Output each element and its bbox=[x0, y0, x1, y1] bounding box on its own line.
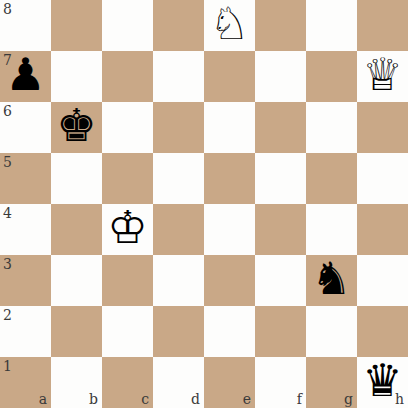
rank-label-4: 4 bbox=[3, 206, 12, 220]
square-e5[interactable] bbox=[204, 153, 255, 204]
square-d3[interactable] bbox=[153, 255, 204, 306]
square-a8[interactable]: 8 bbox=[0, 0, 51, 51]
square-g5[interactable] bbox=[306, 153, 357, 204]
square-a2[interactable]: 2 bbox=[0, 306, 51, 357]
square-g2[interactable] bbox=[306, 306, 357, 357]
square-d4[interactable] bbox=[153, 204, 204, 255]
chess-board: 8♘7♟♕6♚54♔3♞21abcdefgh♛ bbox=[0, 0, 408, 408]
square-e2[interactable] bbox=[204, 306, 255, 357]
square-f3[interactable] bbox=[255, 255, 306, 306]
square-h7[interactable]: ♕ bbox=[357, 51, 408, 102]
file-label-a: a bbox=[39, 392, 47, 406]
white-queen-piece: ♕ bbox=[362, 49, 402, 100]
rank-label-2: 2 bbox=[3, 308, 12, 322]
square-c1[interactable]: c bbox=[102, 357, 153, 408]
black-knight-piece: ♞ bbox=[311, 253, 351, 304]
square-d1[interactable]: d bbox=[153, 357, 204, 408]
file-label-d: d bbox=[191, 392, 200, 406]
square-f7[interactable] bbox=[255, 51, 306, 102]
square-g7[interactable] bbox=[306, 51, 357, 102]
file-label-f: f bbox=[297, 392, 302, 406]
square-c4[interactable]: ♔ bbox=[102, 204, 153, 255]
square-d6[interactable] bbox=[153, 102, 204, 153]
black-pawn-piece: ♟ bbox=[5, 49, 45, 100]
square-a3[interactable]: 3 bbox=[0, 255, 51, 306]
square-a5[interactable]: 5 bbox=[0, 153, 51, 204]
square-h1[interactable]: h♛ bbox=[357, 357, 408, 408]
rank-label-3: 3 bbox=[3, 257, 12, 271]
black-queen-piece: ♛ bbox=[362, 355, 402, 406]
square-d2[interactable] bbox=[153, 306, 204, 357]
file-label-b: b bbox=[89, 392, 98, 406]
square-f6[interactable] bbox=[255, 102, 306, 153]
square-d5[interactable] bbox=[153, 153, 204, 204]
square-a7[interactable]: 7♟ bbox=[0, 51, 51, 102]
square-f8[interactable] bbox=[255, 0, 306, 51]
square-e3[interactable] bbox=[204, 255, 255, 306]
black-king-piece: ♚ bbox=[56, 100, 96, 151]
square-f2[interactable] bbox=[255, 306, 306, 357]
file-label-e: e bbox=[243, 392, 251, 406]
square-f4[interactable] bbox=[255, 204, 306, 255]
white-knight-piece: ♘ bbox=[209, 0, 249, 49]
square-a1[interactable]: 1a bbox=[0, 357, 51, 408]
square-e8[interactable]: ♘ bbox=[204, 0, 255, 51]
square-e6[interactable] bbox=[204, 102, 255, 153]
square-d7[interactable] bbox=[153, 51, 204, 102]
square-f1[interactable]: f bbox=[255, 357, 306, 408]
square-b7[interactable] bbox=[51, 51, 102, 102]
white-king-piece: ♔ bbox=[107, 202, 147, 253]
square-a6[interactable]: 6 bbox=[0, 102, 51, 153]
square-h3[interactable] bbox=[357, 255, 408, 306]
square-c3[interactable] bbox=[102, 255, 153, 306]
square-f5[interactable] bbox=[255, 153, 306, 204]
square-b4[interactable] bbox=[51, 204, 102, 255]
rank-label-5: 5 bbox=[3, 155, 12, 169]
square-g4[interactable] bbox=[306, 204, 357, 255]
square-a4[interactable]: 4 bbox=[0, 204, 51, 255]
square-b6[interactable]: ♚ bbox=[51, 102, 102, 153]
square-e4[interactable] bbox=[204, 204, 255, 255]
square-g6[interactable] bbox=[306, 102, 357, 153]
square-c8[interactable] bbox=[102, 0, 153, 51]
square-g8[interactable] bbox=[306, 0, 357, 51]
square-b8[interactable] bbox=[51, 0, 102, 51]
rank-label-6: 6 bbox=[3, 104, 12, 118]
square-h4[interactable] bbox=[357, 204, 408, 255]
square-g3[interactable]: ♞ bbox=[306, 255, 357, 306]
square-h5[interactable] bbox=[357, 153, 408, 204]
square-h8[interactable] bbox=[357, 0, 408, 51]
square-b2[interactable] bbox=[51, 306, 102, 357]
square-c2[interactable] bbox=[102, 306, 153, 357]
square-d8[interactable] bbox=[153, 0, 204, 51]
square-b1[interactable]: b bbox=[51, 357, 102, 408]
square-b3[interactable] bbox=[51, 255, 102, 306]
square-c5[interactable] bbox=[102, 153, 153, 204]
square-e1[interactable]: e bbox=[204, 357, 255, 408]
square-h6[interactable] bbox=[357, 102, 408, 153]
rank-label-1: 1 bbox=[3, 359, 12, 373]
square-b5[interactable] bbox=[51, 153, 102, 204]
square-e7[interactable] bbox=[204, 51, 255, 102]
rank-label-8: 8 bbox=[3, 2, 12, 16]
square-c7[interactable] bbox=[102, 51, 153, 102]
file-label-g: g bbox=[344, 392, 353, 406]
square-h2[interactable] bbox=[357, 306, 408, 357]
square-g1[interactable]: g bbox=[306, 357, 357, 408]
square-c6[interactable] bbox=[102, 102, 153, 153]
file-label-c: c bbox=[141, 392, 149, 406]
